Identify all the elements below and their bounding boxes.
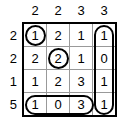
column-targets: 2 2 3 3	[24, 0, 115, 21]
puzzle-grid: 1 2 1 1 2 2 1 0 1 2 3 1 1 0 3 1	[22, 22, 117, 117]
cell-r1c3[interactable]: 0	[93, 47, 115, 69]
column-target-2: 2	[47, 0, 69, 21]
cell-r0c3[interactable]: 1	[93, 24, 115, 46]
cell-r0c2[interactable]: 1	[70, 24, 92, 46]
cell-r2c0[interactable]: 1	[24, 70, 46, 92]
column-target-3: 3	[70, 0, 92, 21]
cell-r0c1[interactable]: 2	[47, 24, 69, 46]
cell-r3c2[interactable]: 3	[70, 93, 92, 115]
row-targets: 2 2 1 5	[0, 24, 19, 115]
column-target-4: 3	[93, 0, 115, 21]
cell-r1c2[interactable]: 1	[70, 47, 92, 69]
puzzle-board: 2 2 3 3 2 2 1 5 1 2 1 1 2 2 1 0 1 2 3 1 …	[0, 0, 120, 120]
cell-r1c1[interactable]: 2	[47, 47, 69, 69]
cell-r0c0[interactable]: 1	[24, 24, 46, 46]
cell-r1c0[interactable]: 2	[24, 47, 46, 69]
cell-r3c3[interactable]: 1	[93, 93, 115, 115]
row-target-4: 5	[0, 93, 19, 115]
cell-r3c1[interactable]: 0	[47, 93, 69, 115]
row-target-3: 1	[0, 70, 19, 92]
cell-r2c2[interactable]: 3	[70, 70, 92, 92]
cell-r3c0[interactable]: 1	[24, 93, 46, 115]
row-target-2: 2	[0, 47, 19, 69]
column-target-1: 2	[24, 0, 46, 21]
row-target-1: 2	[0, 24, 19, 46]
cell-r2c1[interactable]: 2	[47, 70, 69, 92]
cell-r2c3[interactable]: 1	[93, 70, 115, 92]
